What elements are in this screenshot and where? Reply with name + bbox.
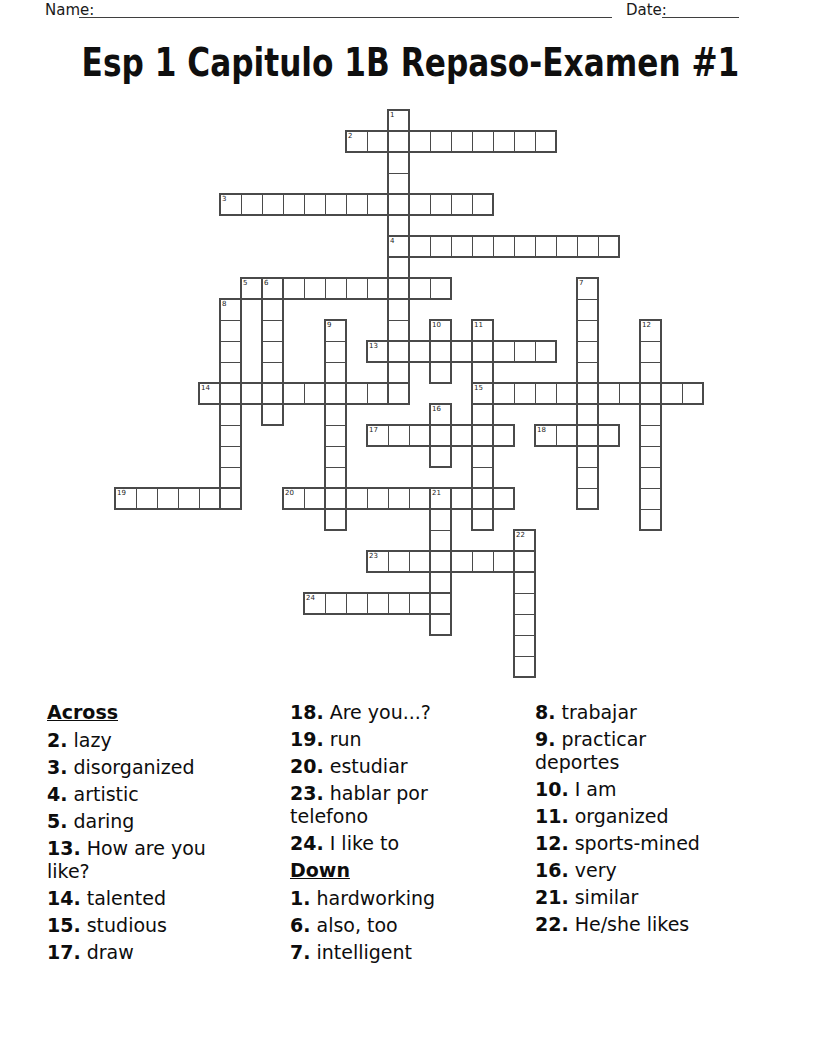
cell-divider [430, 132, 431, 151]
cell-divider [346, 384, 347, 403]
cell-divider [578, 341, 597, 342]
word-2-across [345, 130, 557, 153]
cell-divider [220, 489, 221, 508]
cell-number-21: 21 [432, 490, 441, 497]
cell-divider [157, 489, 158, 508]
cell-divider [619, 384, 620, 403]
cell-divider [515, 635, 534, 636]
cell-divider [367, 489, 368, 508]
cell-divider [430, 594, 431, 613]
cell-divider [556, 384, 557, 403]
cell-divider [430, 279, 431, 298]
clue-21: 21. similar [535, 886, 725, 909]
word-24-across [303, 592, 452, 615]
clue-8: 8. trabajar [535, 701, 725, 724]
clue-13: 13. How are you like? [47, 837, 232, 883]
cell-number-7: 7 [579, 280, 583, 287]
cell-divider [220, 384, 221, 403]
cell-divider [304, 384, 305, 403]
cell-divider [221, 467, 240, 468]
cell-divider [578, 488, 597, 489]
cell-number-1: 1 [390, 112, 394, 119]
cell-divider [473, 467, 492, 468]
cell-divider [515, 656, 534, 657]
cell-divider [514, 237, 515, 256]
cell-divider [388, 594, 389, 613]
cell-divider [430, 552, 431, 571]
clue-1: 1. hardworking [290, 887, 476, 910]
cell-divider [430, 237, 431, 256]
clue-2: 2. lazy [47, 729, 232, 752]
word-23-across [366, 550, 536, 573]
cell-divider [535, 342, 536, 361]
clue-22: 22. He/she likes [535, 913, 725, 936]
cell-divider [598, 426, 599, 445]
cell-divider [283, 384, 284, 403]
cell-number-16: 16 [432, 406, 441, 413]
cell-number-20: 20 [285, 490, 294, 497]
cell-divider [388, 552, 389, 571]
clues-heading-down: Down [290, 859, 476, 882]
cell-divider [514, 384, 515, 403]
clue-23: 23. hablar por telefono [290, 782, 476, 828]
cell-divider [472, 552, 473, 571]
word-20-across [282, 487, 515, 510]
cell-divider [409, 342, 410, 361]
clues-column-2: 18. Are you...?19. run20. estudiar23. ha… [290, 701, 476, 968]
word-19-across [114, 487, 242, 510]
cell-divider [326, 425, 345, 426]
cell-divider [578, 362, 597, 363]
clue-19: 19. run [290, 728, 476, 751]
clues-column-3: 8. trabajar9. practicar deportes10. I am… [535, 701, 725, 940]
cell-divider [556, 426, 557, 445]
cell-divider [535, 132, 536, 151]
cell-divider [409, 489, 410, 508]
clue-14: 14. talented [47, 887, 232, 910]
cell-divider [451, 552, 452, 571]
cell-number-2: 2 [348, 133, 352, 140]
cell-divider [577, 237, 578, 256]
cell-divider [346, 594, 347, 613]
cell-number-13: 13 [369, 343, 378, 350]
cell-divider [325, 384, 326, 403]
cell-divider [472, 489, 473, 508]
cell-divider [430, 195, 431, 214]
cell-divider [326, 362, 345, 363]
cell-divider [514, 552, 515, 571]
clue-24: 24. I like to [290, 832, 476, 855]
cell-divider [263, 320, 282, 321]
cell-divider [389, 320, 408, 321]
clue-18: 18. Are you...? [290, 701, 476, 724]
cell-divider [304, 489, 305, 508]
cell-number-4: 4 [390, 238, 394, 245]
clue-4: 4. artistic [47, 783, 232, 806]
cell-divider [451, 342, 452, 361]
cell-divider [515, 593, 534, 594]
cell-number-22: 22 [516, 532, 525, 539]
cell-divider [326, 446, 345, 447]
cell-divider [388, 384, 389, 403]
cell-divider [221, 320, 240, 321]
cell-divider [241, 384, 242, 403]
cell-divider [578, 320, 597, 321]
cell-divider [221, 446, 240, 447]
cell-number-11: 11 [474, 322, 483, 329]
cell-number-23: 23 [369, 553, 378, 560]
cell-divider [367, 132, 368, 151]
cell-divider [388, 279, 389, 298]
worksheet-page: { "game": "crossword", "title": "Esp 1 C… [0, 0, 816, 1056]
clue-5: 5. daring [47, 810, 232, 833]
clue-10: 10. I am [535, 778, 725, 801]
cell-divider [367, 384, 368, 403]
cell-divider [388, 132, 389, 151]
cell-divider [409, 195, 410, 214]
cell-divider [263, 299, 282, 300]
cell-divider [641, 467, 660, 468]
cell-number-18: 18 [537, 427, 546, 434]
cell-divider [578, 299, 597, 300]
cell-divider [325, 195, 326, 214]
cell-divider [326, 467, 345, 468]
cell-divider [451, 195, 452, 214]
cell-divider [493, 552, 494, 571]
cell-divider [409, 132, 410, 151]
cell-divider [641, 341, 660, 342]
cell-divider [682, 384, 683, 403]
date-label: Date: [626, 1, 667, 19]
word-13-across [366, 340, 557, 363]
clue-15: 15. studious [47, 914, 232, 937]
cell-number-3: 3 [222, 196, 226, 203]
cell-divider [409, 279, 410, 298]
word-17-across [366, 424, 515, 447]
cell-divider [472, 237, 473, 256]
clue-16: 16. very [535, 859, 725, 882]
date-blank-line [662, 1, 739, 18]
cell-divider [451, 426, 452, 445]
clue-17: 17. draw [47, 941, 232, 964]
cell-divider [514, 132, 515, 151]
clue-12: 12. sports-mined [535, 832, 725, 855]
cell-divider [367, 279, 368, 298]
clue-9: 9. practicar deportes [535, 728, 725, 774]
word-18-across [534, 424, 620, 447]
cell-divider [641, 488, 660, 489]
word-15-across [471, 382, 704, 405]
cell-divider [515, 614, 534, 615]
cell-divider [430, 342, 431, 361]
cell-divider [577, 384, 578, 403]
cell-divider [493, 426, 494, 445]
cell-divider [493, 132, 494, 151]
cell-divider [136, 489, 137, 508]
clue-20: 20. estudiar [290, 755, 476, 778]
cell-divider [304, 279, 305, 298]
cell-divider [221, 341, 240, 342]
cell-divider [641, 509, 660, 510]
cell-number-24: 24 [306, 595, 315, 602]
cell-divider [578, 467, 597, 468]
cell-divider [263, 341, 282, 342]
cell-number-14: 14 [201, 385, 210, 392]
word-4-across [387, 235, 620, 258]
cell-number-17: 17 [369, 427, 378, 434]
cell-number-12: 12 [642, 322, 651, 329]
cell-number-19: 19 [117, 490, 126, 497]
cell-divider [493, 489, 494, 508]
cell-divider [409, 426, 410, 445]
cell-divider [493, 384, 494, 403]
cell-divider [409, 552, 410, 571]
cell-divider [199, 489, 200, 508]
cell-divider [221, 425, 240, 426]
cell-divider [493, 237, 494, 256]
cell-divider [493, 342, 494, 361]
clue-11: 11. organized [535, 805, 725, 828]
cell-divider [325, 279, 326, 298]
cell-divider [641, 425, 660, 426]
clue-3: 3. disorganized [47, 756, 232, 779]
cell-divider [472, 342, 473, 361]
cell-divider [472, 132, 473, 151]
cell-number-15: 15 [474, 385, 483, 392]
cell-divider [325, 594, 326, 613]
cell-divider [431, 530, 450, 531]
cell-divider [641, 446, 660, 447]
cell-divider [262, 384, 263, 403]
clue-7: 7. intelligent [290, 941, 476, 964]
cell-divider [367, 594, 368, 613]
cell-divider [346, 279, 347, 298]
name-blank-line [79, 1, 612, 18]
cell-divider [221, 362, 240, 363]
clues-heading-across: Across [47, 701, 232, 724]
cell-divider [389, 173, 408, 174]
cell-divider [577, 426, 578, 445]
cell-number-10: 10 [432, 322, 441, 329]
cell-divider [472, 426, 473, 445]
cell-divider [431, 509, 450, 510]
cell-divider [430, 426, 431, 445]
cell-divider [326, 341, 345, 342]
cell-divider [409, 594, 410, 613]
cell-divider [641, 362, 660, 363]
word-14-across [198, 382, 410, 405]
cell-divider [661, 384, 662, 403]
crossword-grid: 123456789101112131415161718192021222324 [115, 110, 703, 677]
cell-divider [388, 426, 389, 445]
cell-divider [346, 195, 347, 214]
cell-divider [535, 384, 536, 403]
cell-divider [535, 237, 536, 256]
cell-divider [514, 342, 515, 361]
cell-divider [598, 237, 599, 256]
cell-divider [178, 489, 179, 508]
cell-divider [346, 489, 347, 508]
cell-divider [598, 384, 599, 403]
cell-divider [388, 342, 389, 361]
clue-6: 6. also, too [290, 914, 476, 937]
cell-divider [451, 132, 452, 151]
cell-number-5: 5 [243, 280, 247, 287]
word-3-across [219, 193, 494, 216]
cell-divider [262, 195, 263, 214]
cell-number-9: 9 [327, 322, 331, 329]
cell-number-6: 6 [264, 280, 268, 287]
cell-divider [409, 237, 410, 256]
cell-divider [304, 195, 305, 214]
cell-divider [325, 489, 326, 508]
clues-column-1: Across2. lazy3. disorganized4. artistic5… [47, 701, 232, 968]
cell-divider [556, 237, 557, 256]
cell-divider [367, 195, 368, 214]
cell-divider [388, 195, 389, 214]
cell-number-8: 8 [222, 301, 226, 308]
cell-divider [388, 489, 389, 508]
word-12-down [639, 319, 662, 531]
cell-divider [451, 237, 452, 256]
page-title: Esp 1 Capitulo 1B Repaso-Examen #1 [82, 40, 735, 86]
cell-divider [283, 195, 284, 214]
cell-divider [640, 384, 641, 403]
cell-divider [241, 195, 242, 214]
cell-divider [263, 362, 282, 363]
cell-divider [472, 195, 473, 214]
